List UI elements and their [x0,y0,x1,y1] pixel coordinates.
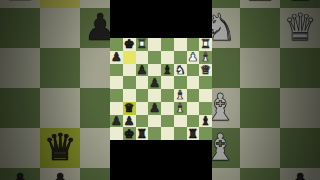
square-b3: ♛ [123,102,136,115]
square-b7 [123,51,136,64]
square-g4 [240,88,280,128]
black-pawn: ♟ [124,115,135,127]
square-c1: ♜ [136,127,149,140]
square-d5: ♟ [148,76,161,89]
black-pawn: ♟ [3,0,36,6]
white-bishop: ♝ [200,51,211,63]
square-h3 [280,128,320,168]
square-a5 [0,48,40,88]
square-a6 [110,64,123,77]
square-h4 [280,88,320,128]
square-c4 [136,89,149,102]
square-c5 [136,76,149,89]
white-queen: ♛ [200,64,211,76]
square-a8 [110,38,123,51]
square-e4 [161,89,174,102]
black-queen: ♛ [124,102,135,114]
square-e8 [161,38,174,51]
black-queen: ♛ [43,129,76,166]
square-b5 [40,48,80,88]
square-b8: ♚ [123,38,136,51]
square-d3: ♟ [148,102,161,115]
square-d1 [148,127,161,140]
square-h1 [199,127,212,140]
square-a7: ♟ [0,0,40,8]
black-bishop: ♝ [162,64,173,76]
square-e1 [161,127,174,140]
square-h6: ♛ [199,64,212,77]
square-d4 [148,89,161,102]
square-b2: ♟ [123,115,136,128]
square-g4 [187,89,200,102]
square-b3: ♛ [40,128,80,168]
square-f5 [174,76,187,89]
square-h7: ♝ [199,51,212,64]
square-b6 [40,8,80,48]
square-h6: ♛ [280,8,320,48]
black-pawn: ♟ [149,76,160,88]
square-f3: ♝ [174,102,187,115]
black-rook: ♜ [136,127,147,139]
black-rook: ♜ [187,127,198,139]
square-e6: ♝ [161,64,174,77]
square-g5 [187,76,200,89]
black-pawn: ♟ [43,169,76,180]
black-bishop: ♝ [283,169,316,180]
square-b6 [123,64,136,77]
white-rook: ♜ [136,38,147,50]
video-pillar: ♚♜♜♟♟♝♟♝♞♛♟♝♛♟♝♟♟♝♚♜♜ [110,0,212,180]
white-rook: ♜ [200,38,211,50]
square-h5 [280,48,320,88]
square-g5 [240,48,280,88]
black-bishop: ♝ [200,115,211,127]
square-a4 [110,89,123,102]
square-b5 [123,76,136,89]
square-a7: ♟ [110,51,123,64]
black-pawn: ♟ [111,115,122,127]
black-pawn: ♟ [111,51,122,63]
square-c2 [136,115,149,128]
square-g7: ♟ [240,0,280,8]
square-h4 [199,89,212,102]
square-g6 [240,8,280,48]
square-c8: ♜ [136,38,149,51]
white-pawn: ♟ [243,0,276,6]
letterbox-top-bar [110,0,212,38]
square-e2 [161,115,174,128]
square-h5 [199,76,212,89]
white-queen: ♛ [283,9,316,46]
square-h3 [199,102,212,115]
chess-board: ♚♜♜♟♟♝♟♝♞♛♟♝♛♟♝♟♟♝♚♜♜ [110,38,212,140]
white-pawn: ♟ [187,51,198,63]
black-king: ♚ [124,38,135,50]
square-b7 [40,0,80,8]
square-g2 [240,168,280,180]
square-f4: ♝ [174,89,187,102]
square-a6 [0,8,40,48]
square-g3 [240,128,280,168]
square-e7 [161,51,174,64]
white-bishop: ♝ [175,102,186,114]
square-h2: ♝ [199,115,212,128]
black-king: ♚ [124,127,135,139]
square-b2: ♟ [40,168,80,180]
square-d8 [148,38,161,51]
square-f2 [174,115,187,128]
black-pawn: ♟ [149,102,160,114]
square-a3 [0,128,40,168]
square-e5 [161,76,174,89]
square-d2 [148,115,161,128]
square-f1 [174,127,187,140]
square-f6: ♞ [174,64,187,77]
square-g6 [187,64,200,77]
square-c6: ♟ [136,64,149,77]
square-a2: ♟ [0,168,40,180]
square-g2 [187,115,200,128]
square-b4 [123,89,136,102]
square-b4 [40,88,80,128]
square-d6 [148,64,161,77]
square-d7 [148,51,161,64]
square-g7: ♟ [187,51,200,64]
square-c7 [136,51,149,64]
video-frame: ♚♜♜♟♟♝♟♝♞♛♟♝♛♟♝♟♟♝♚♜♜ ♚♜♜♟♟♝♟♝♞♛♟♝♛♟♝♟♟♝… [0,0,320,180]
square-h8: ♜ [199,38,212,51]
square-c3 [136,102,149,115]
square-a2: ♟ [110,115,123,128]
square-f8 [174,38,187,51]
black-pawn: ♟ [136,64,147,76]
square-e3 [161,102,174,115]
square-f7 [174,51,187,64]
square-a1 [110,127,123,140]
white-bishop: ♝ [175,89,186,101]
square-g8 [187,38,200,51]
square-a5 [110,76,123,89]
square-a4 [0,88,40,128]
square-g1: ♜ [187,127,200,140]
square-g3 [187,102,200,115]
square-a3 [110,102,123,115]
white-knight: ♞ [175,64,186,76]
square-h2: ♝ [280,168,320,180]
letterbox-bottom-bar [110,140,212,180]
black-pawn: ♟ [3,169,36,180]
square-b1: ♚ [123,127,136,140]
